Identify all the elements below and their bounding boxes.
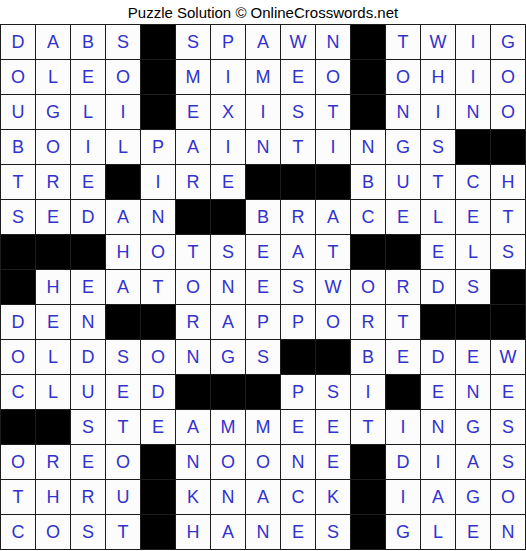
black-cell-r2c5	[141, 60, 175, 94]
cell-r14c1: T	[1, 480, 35, 514]
cell-r13c7: O	[211, 445, 245, 479]
cell-r1c14: I	[456, 25, 490, 59]
cell-r12c12: I	[386, 410, 420, 444]
cell-r14c2: H	[36, 480, 70, 514]
cell-r11c4: E	[106, 375, 140, 409]
cell-r2c8: M	[246, 60, 280, 94]
black-cell-r9c5	[141, 305, 175, 339]
black-cell-r11c12	[386, 375, 420, 409]
cell-r8c8: E	[246, 270, 280, 304]
black-cell-r15c5	[141, 515, 175, 549]
black-cell-r5c9	[281, 165, 315, 199]
cell-r1c15: G	[491, 25, 525, 59]
cell-r2c13: H	[421, 60, 455, 94]
cell-r1c2: A	[36, 25, 70, 59]
cell-r6c11: C	[351, 200, 385, 234]
cell-r6c13: L	[421, 200, 455, 234]
cell-r12c7: M	[211, 410, 245, 444]
cell-r13c14: A	[456, 445, 490, 479]
cell-r10c1: O	[1, 340, 35, 374]
cell-r10c12: E	[386, 340, 420, 374]
cell-r8c9: S	[281, 270, 315, 304]
cell-r14c7: N	[211, 480, 245, 514]
cell-r8c3: E	[71, 270, 105, 304]
black-cell-r4c15	[491, 130, 525, 164]
cell-r6c4: A	[106, 200, 140, 234]
cell-r4c7: I	[211, 130, 245, 164]
cell-r5c5: I	[141, 165, 175, 199]
cell-r13c4: O	[106, 445, 140, 479]
cell-r9c9: P	[281, 305, 315, 339]
cell-r9c3: N	[71, 305, 105, 339]
cell-r5c2: R	[36, 165, 70, 199]
cell-r2c3: E	[71, 60, 105, 94]
cell-r6c14: E	[456, 200, 490, 234]
cell-r15c7: A	[211, 515, 245, 549]
cell-r3c7: X	[211, 95, 245, 129]
cell-r2c14: I	[456, 60, 490, 94]
cell-r15c15: N	[491, 515, 525, 549]
black-cell-r3c11	[351, 95, 385, 129]
cell-r9c11: R	[351, 305, 385, 339]
black-cell-r10c10	[316, 340, 350, 374]
black-cell-r8c1	[1, 270, 35, 304]
cell-r3c14: N	[456, 95, 490, 129]
cell-r8c14: S	[456, 270, 490, 304]
cell-r13c10: E	[316, 445, 350, 479]
cell-r13c9: N	[281, 445, 315, 479]
cell-r6c1: S	[1, 200, 35, 234]
cell-r3c8: I	[246, 95, 280, 129]
black-cell-r9c14	[456, 305, 490, 339]
cell-r12c13: N	[421, 410, 455, 444]
cell-r14c14: G	[456, 480, 490, 514]
black-cell-r7c2	[36, 235, 70, 269]
cell-r10c6: N	[176, 340, 210, 374]
cell-r3c4: I	[106, 95, 140, 129]
cell-r13c8: O	[246, 445, 280, 479]
cell-r11c11: I	[351, 375, 385, 409]
cell-r6c8: B	[246, 200, 280, 234]
cell-r10c2: L	[36, 340, 70, 374]
cell-r1c8: A	[246, 25, 280, 59]
cell-r2c2: L	[36, 60, 70, 94]
cell-r7c5: O	[141, 235, 175, 269]
black-cell-r2c11	[351, 60, 385, 94]
cell-r14c15: O	[491, 480, 525, 514]
cell-r4c8: N	[246, 130, 280, 164]
black-cell-r6c7	[211, 200, 245, 234]
cell-r7c7: S	[211, 235, 245, 269]
black-cell-r12c2	[36, 410, 70, 444]
black-cell-r5c4	[106, 165, 140, 199]
cell-r7c8: E	[246, 235, 280, 269]
cell-r15c13: L	[421, 515, 455, 549]
cell-r8c12: R	[386, 270, 420, 304]
black-cell-r7c11	[351, 235, 385, 269]
cell-r10c11: B	[351, 340, 385, 374]
cell-r11c3: U	[71, 375, 105, 409]
cell-r5c11: B	[351, 165, 385, 199]
cell-r7c10: T	[316, 235, 350, 269]
cell-r6c12: E	[386, 200, 420, 234]
cell-r4c3: I	[71, 130, 105, 164]
cell-r14c12: I	[386, 480, 420, 514]
cell-r11c14: N	[456, 375, 490, 409]
cell-r1c10: N	[316, 25, 350, 59]
cell-r10c13: D	[421, 340, 455, 374]
cell-r13c15: S	[491, 445, 525, 479]
cell-r6c2: E	[36, 200, 70, 234]
cell-r8c6: O	[176, 270, 210, 304]
cell-r3c12: N	[386, 95, 420, 129]
cell-r12c10: E	[316, 410, 350, 444]
cell-r1c1: D	[1, 25, 35, 59]
cell-r14c6: K	[176, 480, 210, 514]
cell-r12c5: E	[141, 410, 175, 444]
cell-r7c13: E	[421, 235, 455, 269]
cell-r15c3: S	[71, 515, 105, 549]
cell-r15c4: T	[106, 515, 140, 549]
cell-r10c14: E	[456, 340, 490, 374]
cell-r5c12: U	[386, 165, 420, 199]
cell-r15c14: E	[456, 515, 490, 549]
cell-r6c10: A	[316, 200, 350, 234]
cell-r8c5: T	[141, 270, 175, 304]
cell-r11c1: C	[1, 375, 35, 409]
cell-r3c6: E	[176, 95, 210, 129]
cell-r3c15: O	[491, 95, 525, 129]
cell-r1c6: S	[176, 25, 210, 59]
page-title: Puzzle Solution © OnlineCrosswords.net	[0, 0, 526, 24]
cell-r4c13: S	[421, 130, 455, 164]
black-cell-r13c5	[141, 445, 175, 479]
cell-r12c4: T	[106, 410, 140, 444]
cell-r13c12: D	[386, 445, 420, 479]
cell-r13c3: E	[71, 445, 105, 479]
cell-r15c8: N	[246, 515, 280, 549]
cell-r2c9: E	[281, 60, 315, 94]
black-cell-r11c6	[176, 375, 210, 409]
cell-r8c10: W	[316, 270, 350, 304]
cell-r15c10: S	[316, 515, 350, 549]
cell-r1c7: P	[211, 25, 245, 59]
cell-r6c3: D	[71, 200, 105, 234]
cell-r11c2: L	[36, 375, 70, 409]
cell-r15c1: C	[1, 515, 35, 549]
cell-r5c15: H	[491, 165, 525, 199]
cell-r5c1: T	[1, 165, 35, 199]
cell-r13c6: N	[176, 445, 210, 479]
cell-r5c6: R	[176, 165, 210, 199]
cell-r1c13: W	[421, 25, 455, 59]
crossword-board: DABSSPAWNTWIGOLEOMIMEOOHIOUGLIEXISTNINOB…	[0, 24, 526, 550]
cell-r10c15: W	[491, 340, 525, 374]
black-cell-r11c7	[211, 375, 245, 409]
black-cell-r14c5	[141, 480, 175, 514]
cell-r10c5: O	[141, 340, 175, 374]
black-cell-r3c5	[141, 95, 175, 129]
cell-r4c6: A	[176, 130, 210, 164]
cell-r11c13: E	[421, 375, 455, 409]
cell-r9c2: E	[36, 305, 70, 339]
cell-r4c4: L	[106, 130, 140, 164]
cell-r1c9: W	[281, 25, 315, 59]
cell-r2c12: O	[386, 60, 420, 94]
black-cell-r10c9	[281, 340, 315, 374]
cell-r7c9: A	[281, 235, 315, 269]
cell-r9c7: A	[211, 305, 245, 339]
cell-r6c9: R	[281, 200, 315, 234]
cell-r8c2: H	[36, 270, 70, 304]
cell-r13c2: R	[36, 445, 70, 479]
cell-r10c8: S	[246, 340, 280, 374]
cell-r7c15: S	[491, 235, 525, 269]
cell-r15c9: E	[281, 515, 315, 549]
black-cell-r15c11	[351, 515, 385, 549]
black-cell-r7c1	[1, 235, 35, 269]
cell-r4c11: N	[351, 130, 385, 164]
black-cell-r7c12	[386, 235, 420, 269]
cell-r1c3: B	[71, 25, 105, 59]
cell-r3c9: S	[281, 95, 315, 129]
puzzle-solution-page: Puzzle Solution © OnlineCrosswords.net D…	[0, 0, 526, 551]
cell-r11c9: P	[281, 375, 315, 409]
cell-r4c1: B	[1, 130, 35, 164]
cell-r12c11: T	[351, 410, 385, 444]
black-cell-r14c11	[351, 480, 385, 514]
black-cell-r9c13	[421, 305, 455, 339]
black-cell-r1c5	[141, 25, 175, 59]
cell-r3c13: I	[421, 95, 455, 129]
cell-r10c7: G	[211, 340, 245, 374]
black-cell-r4c14	[456, 130, 490, 164]
cell-r12c3: S	[71, 410, 105, 444]
black-cell-r9c4	[106, 305, 140, 339]
cell-r14c3: R	[71, 480, 105, 514]
cell-r4c9: T	[281, 130, 315, 164]
cell-r14c8: A	[246, 480, 280, 514]
cell-r4c2: O	[36, 130, 70, 164]
cell-r3c1: U	[1, 95, 35, 129]
cell-r3c10: T	[316, 95, 350, 129]
cell-r11c10: S	[316, 375, 350, 409]
black-cell-r13c11	[351, 445, 385, 479]
cell-r8c13: D	[421, 270, 455, 304]
cell-r5c13: T	[421, 165, 455, 199]
cell-r8c4: A	[106, 270, 140, 304]
black-cell-r11c8	[246, 375, 280, 409]
cell-r13c1: O	[1, 445, 35, 479]
cell-r14c10: K	[316, 480, 350, 514]
cell-r10c4: S	[106, 340, 140, 374]
cell-r8c11: O	[351, 270, 385, 304]
cell-r15c2: O	[36, 515, 70, 549]
cell-r4c5: P	[141, 130, 175, 164]
cell-r10c3: D	[71, 340, 105, 374]
cell-r15c6: H	[176, 515, 210, 549]
cell-r9c12: T	[386, 305, 420, 339]
cell-r6c5: N	[141, 200, 175, 234]
cell-r14c13: A	[421, 480, 455, 514]
cell-r3c2: G	[36, 95, 70, 129]
cell-r13c13: I	[421, 445, 455, 479]
cell-r7c14: L	[456, 235, 490, 269]
cell-r6c15: T	[491, 200, 525, 234]
black-cell-r1c11	[351, 25, 385, 59]
cell-r12c9: E	[281, 410, 315, 444]
black-cell-r12c1	[1, 410, 35, 444]
black-cell-r5c10	[316, 165, 350, 199]
black-cell-r6c6	[176, 200, 210, 234]
cell-r12c15: S	[491, 410, 525, 444]
cell-r4c10: I	[316, 130, 350, 164]
cell-r5c7: E	[211, 165, 245, 199]
black-cell-r7c3	[71, 235, 105, 269]
cell-r12c6: A	[176, 410, 210, 444]
black-cell-r9c15	[491, 305, 525, 339]
cell-r2c1: O	[1, 60, 35, 94]
cell-r11c15: E	[491, 375, 525, 409]
cell-r5c14: C	[456, 165, 490, 199]
cell-r4c12: G	[386, 130, 420, 164]
cell-r2c4: O	[106, 60, 140, 94]
cell-r9c6: R	[176, 305, 210, 339]
cell-r9c10: O	[316, 305, 350, 339]
cell-r2c10: O	[316, 60, 350, 94]
cell-r15c12: G	[386, 515, 420, 549]
cell-r2c15: O	[491, 60, 525, 94]
cell-r14c9: C	[281, 480, 315, 514]
cell-r1c4: S	[106, 25, 140, 59]
cell-r2c7: I	[211, 60, 245, 94]
cell-r7c6: T	[176, 235, 210, 269]
cell-r12c8: M	[246, 410, 280, 444]
cell-r9c8: P	[246, 305, 280, 339]
cell-r3c3: L	[71, 95, 105, 129]
cell-r9c1: D	[1, 305, 35, 339]
black-cell-r8c15	[491, 270, 525, 304]
cell-r1c12: T	[386, 25, 420, 59]
cell-r11c5: D	[141, 375, 175, 409]
cell-r5c3: E	[71, 165, 105, 199]
cell-r14c4: U	[106, 480, 140, 514]
cell-r7c4: H	[106, 235, 140, 269]
black-cell-r5c8	[246, 165, 280, 199]
cell-r8c7: N	[211, 270, 245, 304]
cell-r12c14: G	[456, 410, 490, 444]
cell-r2c6: M	[176, 60, 210, 94]
